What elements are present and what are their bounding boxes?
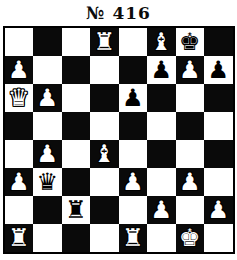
square-b1 [33,224,62,252]
square-h2: ♟ [204,196,233,224]
square-e8 [119,28,148,56]
square-d7 [90,56,119,84]
white-pawn-a7: ♟ [8,58,30,82]
square-h4 [204,140,233,168]
white-pawn-a3: ♟ [8,170,30,194]
black-pawn-f7: ♟ [150,58,172,82]
black-pawn-h7: ♟ [207,58,229,82]
square-a8 [5,28,34,56]
square-d3 [90,168,119,196]
square-g7: ♟ [176,56,205,84]
square-d8: ♜ [90,28,119,56]
square-d6 [90,84,119,112]
square-c6 [62,84,91,112]
square-c2: ♜ [62,196,91,224]
square-c5 [62,112,91,140]
square-g2 [176,196,205,224]
white-rook-e1: ♜ [122,226,144,250]
white-bishop-f8: ♝ [150,30,172,54]
square-e7 [119,56,148,84]
black-rook-c2: ♜ [65,198,87,222]
square-b2 [33,196,62,224]
square-e5 [119,112,148,140]
white-rook-a1: ♜ [8,226,30,250]
square-e2 [119,196,148,224]
square-g5 [176,112,205,140]
square-a1: ♜ [5,224,34,252]
square-e4 [119,140,148,168]
square-g1: ♚ [176,224,205,252]
square-a2 [5,196,34,224]
square-g8: ♚ [176,28,205,56]
square-b4: ♟ [33,140,62,168]
black-queen-b3: ♛ [36,170,58,194]
square-h6 [204,84,233,112]
square-h3 [204,168,233,196]
square-e1: ♜ [119,224,148,252]
chess-board: ♜♝♚♟♟♟♟♛♟♟♟♝♟♛♟♟♜♟♟♜♜♚ [3,26,235,254]
square-d2 [90,196,119,224]
square-b6: ♟ [33,84,62,112]
white-pawn-f2: ♟ [150,198,172,222]
square-a5 [5,112,34,140]
square-b3: ♛ [33,168,62,196]
square-c8 [62,28,91,56]
white-pawn-g3: ♟ [179,170,201,194]
square-d5 [90,112,119,140]
black-king-g8: ♚ [179,30,201,54]
square-f6 [147,84,176,112]
white-pawn-e3: ♟ [122,170,144,194]
square-d4: ♝ [90,140,119,168]
white-pawn-g7: ♟ [179,58,201,82]
square-f8: ♝ [147,28,176,56]
square-c7 [62,56,91,84]
white-pawn-h2: ♟ [207,198,229,222]
white-king-g1: ♚ [179,226,201,250]
square-c4 [62,140,91,168]
square-b7 [33,56,62,84]
square-f7: ♟ [147,56,176,84]
puzzle-number: № 416 [0,0,237,26]
square-g4 [176,140,205,168]
square-c1 [62,224,91,252]
square-g6 [176,84,205,112]
black-pawn-e6: ♟ [122,86,144,110]
square-b5 [33,112,62,140]
square-a3: ♟ [5,168,34,196]
chess-diagram-page: № 416 ♜♝♚♟♟♟♟♛♟♟♟♝♟♛♟♟♜♟♟♜♜♚ [0,0,237,260]
square-g3: ♟ [176,168,205,196]
square-a7: ♟ [5,56,34,84]
square-e3: ♟ [119,168,148,196]
square-h1 [204,224,233,252]
square-h5 [204,112,233,140]
square-f4 [147,140,176,168]
square-h7: ♟ [204,56,233,84]
white-pawn-b6: ♟ [36,86,58,110]
white-rook-d8: ♜ [93,30,115,54]
white-queen-a6: ♛ [8,86,30,110]
square-d1 [90,224,119,252]
square-e6: ♟ [119,84,148,112]
square-c3 [62,168,91,196]
white-bishop-d4: ♝ [93,142,115,166]
square-h8 [204,28,233,56]
square-f1 [147,224,176,252]
square-f5 [147,112,176,140]
white-pawn-b4: ♟ [36,142,58,166]
square-f3 [147,168,176,196]
square-f2: ♟ [147,196,176,224]
square-b8 [33,28,62,56]
square-a4 [5,140,34,168]
square-a6: ♛ [5,84,34,112]
